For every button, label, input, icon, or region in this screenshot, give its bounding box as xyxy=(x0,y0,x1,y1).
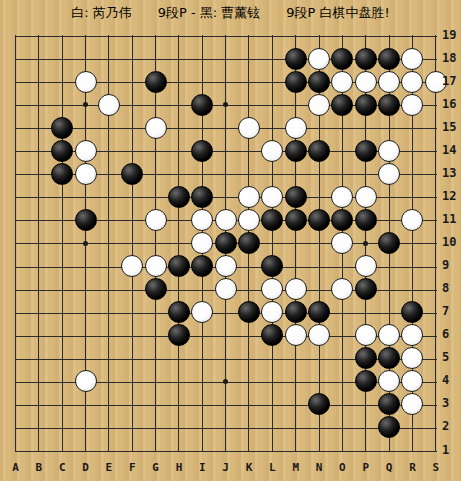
col-label-F: F xyxy=(125,461,139,474)
white-stone-P6 xyxy=(355,324,377,346)
row-label-7: 7 xyxy=(442,304,460,318)
white-stone-N16 xyxy=(308,94,330,116)
star-point-D10 xyxy=(83,241,88,246)
black-stone-P14 xyxy=(355,140,377,162)
black-stone-I14 xyxy=(191,140,213,162)
black-stone-P4 xyxy=(355,370,377,392)
match-info: 白: 芮乃伟 9段P - 黑: 曹薰铉 9段P 白棋中盘胜! xyxy=(0,3,461,23)
row-label-10: 10 xyxy=(442,235,460,249)
black-stone-P18 xyxy=(355,48,377,70)
col-label-K: K xyxy=(242,461,256,474)
white-stone-N18 xyxy=(308,48,330,70)
white-stone-M15 xyxy=(285,117,307,139)
white-stone-E16 xyxy=(98,94,120,116)
black-stone-P8 xyxy=(355,278,377,300)
row-label-2: 2 xyxy=(442,419,460,433)
black-stone-Q10 xyxy=(378,232,400,254)
row-label-4: 4 xyxy=(442,373,460,387)
col-label-O: O xyxy=(335,461,349,474)
go-board-screen: 白: 芮乃伟 9段P - 黑: 曹薰铉 9段P 白棋中盘胜! ABCDEFGHI… xyxy=(0,0,461,481)
row-label-18: 18 xyxy=(442,51,460,65)
col-label-R: R xyxy=(405,461,419,474)
white-stone-J8 xyxy=(215,278,237,300)
row-label-8: 8 xyxy=(442,281,460,295)
black-stone-I16 xyxy=(191,94,213,116)
black-stone-Q16 xyxy=(378,94,400,116)
white-stone-L14 xyxy=(261,140,283,162)
col-label-N: N xyxy=(312,461,326,474)
row-label-16: 16 xyxy=(442,97,460,111)
white-stone-R11 xyxy=(401,209,423,231)
white-stone-D4 xyxy=(75,370,97,392)
col-label-G: G xyxy=(149,461,163,474)
white-stone-L7 xyxy=(261,301,283,323)
white-stone-O17 xyxy=(331,71,353,93)
row-label-13: 13 xyxy=(442,166,460,180)
white-stone-G15 xyxy=(145,117,167,139)
black-stone-M12 xyxy=(285,186,307,208)
black-stone-N11 xyxy=(308,209,330,231)
star-point-P10 xyxy=(363,241,368,246)
white-stone-M8 xyxy=(285,278,307,300)
white-stone-R4 xyxy=(401,370,423,392)
col-label-M: M xyxy=(289,461,303,474)
black-stone-G17 xyxy=(145,71,167,93)
white-stone-I11 xyxy=(191,209,213,231)
col-label-S: S xyxy=(429,461,443,474)
row-label-3: 3 xyxy=(442,396,460,410)
black-stone-C13 xyxy=(51,163,73,185)
white-stone-Q4 xyxy=(378,370,400,392)
white-stone-Q13 xyxy=(378,163,400,185)
white-stone-K12 xyxy=(238,186,260,208)
star-point-D16 xyxy=(83,102,88,107)
col-label-L: L xyxy=(265,461,279,474)
col-label-E: E xyxy=(102,461,116,474)
black-stone-N3 xyxy=(308,393,330,415)
white-stone-F9 xyxy=(121,255,143,277)
col-label-A: A xyxy=(9,461,23,474)
black-stone-P11 xyxy=(355,209,377,231)
white-stone-K15 xyxy=(238,117,260,139)
white-stone-R5 xyxy=(401,347,423,369)
white-stone-D14 xyxy=(75,140,97,162)
black-stone-O11 xyxy=(331,209,353,231)
black-stone-H9 xyxy=(168,255,190,277)
white-stone-O12 xyxy=(331,186,353,208)
row-label-11: 11 xyxy=(442,212,460,226)
row-label-15: 15 xyxy=(442,120,460,134)
black-stone-N14 xyxy=(308,140,330,162)
black-stone-I12 xyxy=(191,186,213,208)
white-stone-R16 xyxy=(401,94,423,116)
black-stone-G8 xyxy=(145,278,167,300)
black-stone-Q3 xyxy=(378,393,400,415)
white-stone-L8 xyxy=(261,278,283,300)
black-stone-L6 xyxy=(261,324,283,346)
white-stone-P9 xyxy=(355,255,377,277)
col-label-I: I xyxy=(195,461,209,474)
black-stone-Q2 xyxy=(378,416,400,438)
white-stone-N6 xyxy=(308,324,330,346)
white-stone-D17 xyxy=(75,71,97,93)
black-stone-M14 xyxy=(285,140,307,162)
white-stone-Q6 xyxy=(378,324,400,346)
star-point-J4 xyxy=(223,379,228,384)
black-stone-K10 xyxy=(238,232,260,254)
black-stone-K7 xyxy=(238,301,260,323)
white-stone-G9 xyxy=(145,255,167,277)
black-stone-N17 xyxy=(308,71,330,93)
row-label-12: 12 xyxy=(442,189,460,203)
black-stone-P5 xyxy=(355,347,377,369)
black-stone-Q18 xyxy=(378,48,400,70)
white-stone-R6 xyxy=(401,324,423,346)
white-stone-O8 xyxy=(331,278,353,300)
white-stone-J11 xyxy=(215,209,237,231)
col-label-J: J xyxy=(219,461,233,474)
white-stone-Q17 xyxy=(378,71,400,93)
row-label-1: 1 xyxy=(442,443,460,457)
black-stone-N7 xyxy=(308,301,330,323)
star-point-J16 xyxy=(223,102,228,107)
black-stone-Q5 xyxy=(378,347,400,369)
black-stone-M11 xyxy=(285,209,307,231)
row-label-5: 5 xyxy=(442,350,460,364)
row-label-17: 17 xyxy=(442,74,460,88)
white-stone-D13 xyxy=(75,163,97,185)
black-stone-O16 xyxy=(331,94,353,116)
go-board[interactable] xyxy=(15,35,437,452)
black-stone-M17 xyxy=(285,71,307,93)
white-stone-R18 xyxy=(401,48,423,70)
white-stone-P17 xyxy=(355,71,377,93)
black-stone-C14 xyxy=(51,140,73,162)
col-label-B: B xyxy=(32,461,46,474)
white-stone-L12 xyxy=(261,186,283,208)
white-stone-K11 xyxy=(238,209,260,231)
white-stone-G11 xyxy=(145,209,167,231)
black-stone-M7 xyxy=(285,301,307,323)
row-label-9: 9 xyxy=(442,258,460,272)
black-stone-P16 xyxy=(355,94,377,116)
col-label-P: P xyxy=(359,461,373,474)
black-stone-M18 xyxy=(285,48,307,70)
white-stone-R3 xyxy=(401,393,423,415)
black-stone-L11 xyxy=(261,209,283,231)
row-label-19: 19 xyxy=(442,28,460,42)
black-stone-D11 xyxy=(75,209,97,231)
black-stone-O18 xyxy=(331,48,353,70)
black-stone-H6 xyxy=(168,324,190,346)
white-stone-J9 xyxy=(215,255,237,277)
row-label-14: 14 xyxy=(442,143,460,157)
black-stone-H7 xyxy=(168,301,190,323)
row-label-6: 6 xyxy=(442,327,460,341)
col-label-H: H xyxy=(172,461,186,474)
col-label-C: C xyxy=(55,461,69,474)
white-stone-Q14 xyxy=(378,140,400,162)
black-stone-L9 xyxy=(261,255,283,277)
black-stone-H12 xyxy=(168,186,190,208)
white-stone-I10 xyxy=(191,232,213,254)
white-stone-O10 xyxy=(331,232,353,254)
black-stone-I9 xyxy=(191,255,213,277)
white-stone-M6 xyxy=(285,324,307,346)
white-stone-I7 xyxy=(191,301,213,323)
col-label-Q: Q xyxy=(382,461,396,474)
black-stone-J10 xyxy=(215,232,237,254)
black-stone-C15 xyxy=(51,117,73,139)
white-stone-R17 xyxy=(401,71,423,93)
black-stone-R7 xyxy=(401,301,423,323)
col-label-D: D xyxy=(79,461,93,474)
black-stone-F13 xyxy=(121,163,143,185)
white-stone-P12 xyxy=(355,186,377,208)
